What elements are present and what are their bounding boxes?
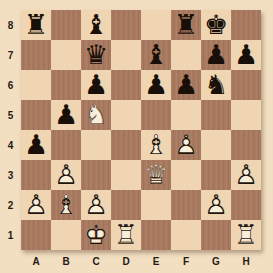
black-piece-body: ♟ xyxy=(201,40,231,70)
black-piece-body: ♜ xyxy=(21,10,51,40)
piece-wN-c5: ♞♘ xyxy=(81,100,111,130)
black-piece-body: ♝ xyxy=(81,10,111,40)
square-h4[interactable] xyxy=(231,130,261,160)
square-b4[interactable] xyxy=(51,130,81,160)
square-d5[interactable] xyxy=(111,100,141,130)
white-piece-outline: ♙ xyxy=(81,190,111,220)
white-piece-outline: ♘ xyxy=(81,100,111,130)
square-g5[interactable] xyxy=(201,100,231,130)
piece-bK-g8: ♚ xyxy=(201,10,231,40)
square-d3[interactable] xyxy=(111,160,141,190)
piece-bB-c8: ♝ xyxy=(81,10,111,40)
square-f2[interactable] xyxy=(171,190,201,220)
square-h2[interactable] xyxy=(231,190,261,220)
rank-label-6: 6 xyxy=(0,70,21,100)
piece-bP-b5: ♟ xyxy=(51,100,81,130)
white-piece-outline: ♙ xyxy=(21,190,51,220)
square-e3[interactable]: ♛♕ xyxy=(141,160,171,190)
square-b8[interactable] xyxy=(51,10,81,40)
square-c7[interactable]: ♛ xyxy=(81,40,111,70)
square-c2[interactable]: ♟♙ xyxy=(81,190,111,220)
square-h8[interactable] xyxy=(231,10,261,40)
file-label-A: A xyxy=(21,250,51,272)
square-b5[interactable]: ♟ xyxy=(51,100,81,130)
square-b1[interactable] xyxy=(51,220,81,250)
square-c5[interactable]: ♞♘ xyxy=(81,100,111,130)
square-h7[interactable]: ♟ xyxy=(231,40,261,70)
square-f3[interactable] xyxy=(171,160,201,190)
square-a3[interactable] xyxy=(21,160,51,190)
square-g3[interactable] xyxy=(201,160,231,190)
square-d7[interactable] xyxy=(111,40,141,70)
square-a8[interactable]: ♜ xyxy=(21,10,51,40)
black-piece-body: ♝ xyxy=(141,40,171,70)
square-g7[interactable]: ♟ xyxy=(201,40,231,70)
black-piece-body: ♟ xyxy=(141,70,171,100)
rank-label-8: 8 xyxy=(0,10,21,40)
white-piece-outline: ♔ xyxy=(81,220,111,250)
piece-wP-h3: ♟♙ xyxy=(231,160,261,190)
piece-wP-f4: ♟♙ xyxy=(171,130,201,160)
square-e7[interactable]: ♝ xyxy=(141,40,171,70)
piece-wQ-e3: ♛♕ xyxy=(141,160,171,190)
piece-wP-b3: ♟♙ xyxy=(51,160,81,190)
white-piece-outline: ♙ xyxy=(51,160,81,190)
piece-wR-d1: ♜♖ xyxy=(111,220,141,250)
piece-bP-f6: ♟ xyxy=(171,70,201,100)
square-g4[interactable] xyxy=(201,130,231,160)
square-c4[interactable] xyxy=(81,130,111,160)
piece-bR-f8: ♜ xyxy=(171,10,201,40)
file-label-G: G xyxy=(201,250,231,272)
piece-wB-b2: ♝♗ xyxy=(51,190,81,220)
chessboard-grid: ♜♝♜♚♛♝♟♟♟♟♟♞♟♞♘♟♝♗♟♙♟♙♛♕♟♙♟♙♝♗♟♙♟♙♚♔♜♖♜♖ xyxy=(21,10,261,250)
square-g1[interactable] xyxy=(201,220,231,250)
piece-wB-e4: ♝♗ xyxy=(141,130,171,160)
white-piece-outline: ♗ xyxy=(51,190,81,220)
square-d4[interactable] xyxy=(111,130,141,160)
black-piece-body: ♟ xyxy=(51,100,81,130)
piece-bP-e6: ♟ xyxy=(141,70,171,100)
square-f7[interactable] xyxy=(171,40,201,70)
square-c8[interactable]: ♝ xyxy=(81,10,111,40)
piece-bP-c6: ♟ xyxy=(81,70,111,100)
square-a7[interactable] xyxy=(21,40,51,70)
square-g6[interactable]: ♞ xyxy=(201,70,231,100)
square-d1[interactable]: ♜♖ xyxy=(111,220,141,250)
rank-label-2: 2 xyxy=(0,190,21,220)
square-b3[interactable]: ♟♙ xyxy=(51,160,81,190)
square-e5[interactable] xyxy=(141,100,171,130)
square-a1[interactable] xyxy=(21,220,51,250)
square-b6[interactable] xyxy=(51,70,81,100)
square-g8[interactable]: ♚ xyxy=(201,10,231,40)
white-piece-outline: ♙ xyxy=(201,190,231,220)
square-d8[interactable] xyxy=(111,10,141,40)
square-d6[interactable] xyxy=(111,70,141,100)
square-a2[interactable]: ♟♙ xyxy=(21,190,51,220)
piece-wR-h1: ♜♖ xyxy=(231,220,261,250)
black-piece-body: ♟ xyxy=(21,130,51,160)
black-piece-body: ♚ xyxy=(201,10,231,40)
square-h6[interactable] xyxy=(231,70,261,100)
square-a5[interactable] xyxy=(21,100,51,130)
square-h3[interactable]: ♟♙ xyxy=(231,160,261,190)
white-piece-outline: ♖ xyxy=(231,220,261,250)
black-piece-body: ♜ xyxy=(171,10,201,40)
rank-label-5: 5 xyxy=(0,100,21,130)
piece-bN-g6: ♞ xyxy=(201,70,231,100)
square-g2[interactable]: ♟♙ xyxy=(201,190,231,220)
white-piece-outline: ♕ xyxy=(141,160,171,190)
square-f1[interactable] xyxy=(171,220,201,250)
square-e4[interactable]: ♝♗ xyxy=(141,130,171,160)
piece-bR-a8: ♜ xyxy=(21,10,51,40)
square-e1[interactable] xyxy=(141,220,171,250)
file-label-B: B xyxy=(51,250,81,272)
square-c6[interactable]: ♟ xyxy=(81,70,111,100)
square-f6[interactable]: ♟ xyxy=(171,70,201,100)
piece-wP-c2: ♟♙ xyxy=(81,190,111,220)
rank-label-4: 4 xyxy=(0,130,21,160)
black-piece-body: ♞ xyxy=(201,70,231,100)
square-e6[interactable]: ♟ xyxy=(141,70,171,100)
piece-bQ-c7: ♛ xyxy=(81,40,111,70)
piece-wP-g2: ♟♙ xyxy=(201,190,231,220)
piece-bP-h7: ♟ xyxy=(231,40,261,70)
square-f8[interactable]: ♜ xyxy=(171,10,201,40)
square-e2[interactable] xyxy=(141,190,171,220)
white-piece-outline: ♙ xyxy=(171,130,201,160)
chess-diagram: ♜♝♜♚♛♝♟♟♟♟♟♞♟♞♘♟♝♗♟♙♟♙♛♕♟♙♟♙♝♗♟♙♟♙♚♔♜♖♜♖… xyxy=(0,0,273,273)
black-piece-body: ♛ xyxy=(81,40,111,70)
square-a6[interactable] xyxy=(21,70,51,100)
file-label-F: F xyxy=(171,250,201,272)
square-b7[interactable] xyxy=(51,40,81,70)
piece-bP-a4: ♟ xyxy=(21,130,51,160)
piece-wP-a2: ♟♙ xyxy=(21,190,51,220)
square-f5[interactable] xyxy=(171,100,201,130)
rank-label-7: 7 xyxy=(0,40,21,70)
square-c3[interactable] xyxy=(81,160,111,190)
white-piece-outline: ♗ xyxy=(141,130,171,160)
square-b2[interactable]: ♝♗ xyxy=(51,190,81,220)
square-h1[interactable]: ♜♖ xyxy=(231,220,261,250)
white-piece-outline: ♙ xyxy=(231,160,261,190)
piece-bB-e7: ♝ xyxy=(141,40,171,70)
square-d2[interactable] xyxy=(111,190,141,220)
black-piece-body: ♟ xyxy=(171,70,201,100)
rank-label-1: 1 xyxy=(0,220,21,250)
white-piece-outline: ♖ xyxy=(111,220,141,250)
square-c1[interactable]: ♚♔ xyxy=(81,220,111,250)
square-h5[interactable] xyxy=(231,100,261,130)
rank-label-3: 3 xyxy=(0,160,21,190)
file-label-D: D xyxy=(111,250,141,272)
file-label-E: E xyxy=(141,250,171,272)
square-a4[interactable]: ♟ xyxy=(21,130,51,160)
piece-wK-c1: ♚♔ xyxy=(81,220,111,250)
square-f4[interactable]: ♟♙ xyxy=(171,130,201,160)
file-label-H: H xyxy=(231,250,261,272)
piece-bP-g7: ♟ xyxy=(201,40,231,70)
black-piece-body: ♟ xyxy=(81,70,111,100)
file-label-C: C xyxy=(81,250,111,272)
black-piece-body: ♟ xyxy=(231,40,261,70)
square-e8[interactable] xyxy=(141,10,171,40)
